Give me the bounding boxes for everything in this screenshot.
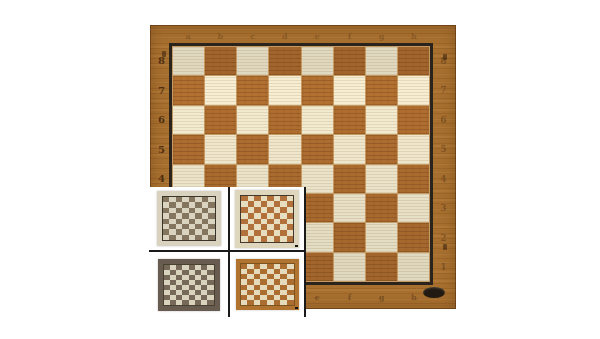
coord-label-6: 6 xyxy=(436,105,451,135)
thumbnail-frame xyxy=(235,190,299,248)
thumbnail-board-variant-4[interactable] xyxy=(236,259,299,310)
square-g7 xyxy=(366,76,397,104)
thumb-square xyxy=(260,300,267,305)
coord-label-6: 6 xyxy=(154,105,169,135)
square-b5 xyxy=(205,135,236,163)
product-image: abcdefgh abcdefgh 87654321 87654321 xyxy=(0,0,600,339)
square-c6 xyxy=(237,106,268,134)
oval-brand-badge-icon xyxy=(423,287,445,298)
square-a6 xyxy=(173,106,204,134)
square-f1 xyxy=(334,253,365,281)
square-a5 xyxy=(173,135,204,163)
coord-label-f: f xyxy=(333,25,365,42)
thumbnail-cell-variant-1 xyxy=(149,187,230,252)
coord-label-7: 7 xyxy=(154,76,169,106)
square-f4 xyxy=(334,165,365,193)
thumbnail-frame xyxy=(236,259,299,310)
thumbnail-cell-variant-3 xyxy=(149,252,230,317)
square-h3 xyxy=(398,194,429,222)
square-c7 xyxy=(237,76,268,104)
square-b6 xyxy=(205,106,236,134)
coord-label-e: e xyxy=(301,25,333,42)
thumbnail-frame xyxy=(157,191,221,246)
square-g8 xyxy=(366,47,397,75)
square-d5 xyxy=(269,135,300,163)
coord-label-5: 5 xyxy=(436,135,451,165)
square-e6 xyxy=(302,106,333,134)
coord-label-1: 1 xyxy=(436,253,451,283)
coord-label-3: 3 xyxy=(436,194,451,224)
square-c8 xyxy=(237,47,268,75)
coord-label-d: d xyxy=(269,25,301,42)
coord-label-8: 8 xyxy=(436,46,451,76)
coord-label-5: 5 xyxy=(154,135,169,165)
square-f2 xyxy=(334,223,365,251)
thumbnail-grid xyxy=(163,264,215,306)
square-b8 xyxy=(205,47,236,75)
coord-label-f: f xyxy=(333,288,365,306)
thumbnail-frame xyxy=(158,259,220,311)
square-g2 xyxy=(366,223,397,251)
square-h6 xyxy=(398,106,429,134)
thumb-square xyxy=(287,236,294,242)
thumbnail-logo-dot xyxy=(295,245,298,247)
square-b7 xyxy=(205,76,236,104)
frame-inlay-mark xyxy=(443,244,447,250)
square-h7 xyxy=(398,76,429,104)
square-d6 xyxy=(269,106,300,134)
coord-label-h: h xyxy=(398,25,430,42)
thumbnail-cell-variant-2 xyxy=(230,187,306,252)
thumb-square xyxy=(280,300,287,305)
square-f5 xyxy=(334,135,365,163)
thumbnail-logo-dot xyxy=(295,307,298,309)
frame-inlay-mark xyxy=(443,54,447,60)
square-h1 xyxy=(398,253,429,281)
square-h4 xyxy=(398,165,429,193)
square-c5 xyxy=(237,135,268,163)
thumb-square xyxy=(207,300,213,305)
square-g4 xyxy=(366,165,397,193)
thumb-square xyxy=(247,300,254,305)
thumbnail-grid xyxy=(240,195,294,243)
square-d7 xyxy=(269,76,300,104)
thumbnail-board-variant-2[interactable] xyxy=(235,190,299,248)
thumbnail-cell-variant-4 xyxy=(230,252,306,317)
thumb-square xyxy=(254,300,261,305)
thumb-square xyxy=(241,300,248,305)
thumbnail-grid xyxy=(240,263,295,306)
file-labels-top: abcdefgh xyxy=(172,25,430,42)
square-e3 xyxy=(302,194,333,222)
frame-inlay-mark xyxy=(162,51,166,57)
coord-label-4: 4 xyxy=(436,164,451,194)
square-e4 xyxy=(302,165,333,193)
square-h8 xyxy=(398,47,429,75)
thumb-square xyxy=(287,300,294,305)
coord-label-a: a xyxy=(172,25,204,42)
square-e8 xyxy=(302,47,333,75)
square-g5 xyxy=(366,135,397,163)
coord-label-g: g xyxy=(366,25,398,42)
square-d8 xyxy=(269,47,300,75)
thumb-square xyxy=(208,235,215,240)
square-a8 xyxy=(173,47,204,75)
coord-label-b: b xyxy=(204,25,236,42)
square-f7 xyxy=(334,76,365,104)
square-e1 xyxy=(302,253,333,281)
square-h2 xyxy=(398,223,429,251)
thumbnail-board-variant-3[interactable] xyxy=(158,259,220,311)
thumb-square xyxy=(267,300,274,305)
coord-label-7: 7 xyxy=(436,76,451,106)
square-g3 xyxy=(366,194,397,222)
square-f8 xyxy=(334,47,365,75)
square-e5 xyxy=(302,135,333,163)
thumbnail-grid xyxy=(162,196,216,241)
square-e2 xyxy=(302,223,333,251)
square-g6 xyxy=(366,106,397,134)
thumbnail-board-variant-1[interactable] xyxy=(157,191,221,246)
coord-label-c: c xyxy=(237,25,269,42)
variant-thumbnails xyxy=(149,187,306,317)
square-f6 xyxy=(334,106,365,134)
thumb-square xyxy=(274,300,281,305)
coord-label-g: g xyxy=(366,288,398,306)
square-h5 xyxy=(398,135,429,163)
square-f3 xyxy=(334,194,365,222)
square-a7 xyxy=(173,76,204,104)
square-g1 xyxy=(366,253,397,281)
square-e7 xyxy=(302,76,333,104)
